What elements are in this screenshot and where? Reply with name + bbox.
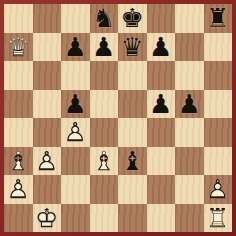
black-pawn-glyph: ♟	[90, 33, 119, 62]
square-d8[interactable]: ♞	[90, 4, 119, 33]
square-g7[interactable]	[175, 33, 204, 62]
piece-black-pawn-d7[interactable]: ♟	[90, 33, 119, 62]
piece-black-pawn-g5[interactable]: ♟	[175, 90, 204, 119]
square-a8[interactable]	[4, 4, 33, 33]
piece-black-pawn-c7[interactable]: ♟	[61, 33, 90, 62]
square-b7[interactable]	[33, 33, 62, 62]
square-g5[interactable]: ♟	[175, 90, 204, 119]
black-pawn-glyph: ♟	[175, 90, 204, 119]
square-a4[interactable]	[4, 118, 33, 147]
square-c4[interactable]: ♟♙	[61, 118, 90, 147]
square-d2[interactable]	[90, 175, 119, 204]
piece-black-pawn-c5[interactable]: ♟	[61, 90, 90, 119]
white-pawn-outline-glyph: ♙	[204, 175, 233, 204]
square-e6[interactable]	[118, 61, 147, 90]
square-b3[interactable]: ♟♙	[33, 147, 62, 176]
piece-white-pawn-c4[interactable]: ♟♙	[61, 118, 90, 147]
square-h8[interactable]: ♜	[204, 4, 233, 33]
square-b6[interactable]	[33, 61, 62, 90]
square-c3[interactable]	[61, 147, 90, 176]
square-g8[interactable]	[175, 4, 204, 33]
black-pawn-glyph: ♟	[61, 90, 90, 119]
square-a3[interactable]: ♝♗	[4, 147, 33, 176]
black-pawn-glyph: ♟	[147, 33, 176, 62]
square-g1[interactable]	[175, 204, 204, 233]
square-h6[interactable]	[204, 61, 233, 90]
square-e4[interactable]	[118, 118, 147, 147]
square-d5[interactable]	[90, 90, 119, 119]
square-d7[interactable]: ♟	[90, 33, 119, 62]
piece-black-king-e8[interactable]: ♚	[118, 4, 147, 33]
square-g2[interactable]	[175, 175, 204, 204]
square-a5[interactable]	[4, 90, 33, 119]
square-c6[interactable]	[61, 61, 90, 90]
square-d4[interactable]	[90, 118, 119, 147]
square-g4[interactable]	[175, 118, 204, 147]
square-f2[interactable]	[147, 175, 176, 204]
white-pawn-outline-glyph: ♙	[4, 175, 33, 204]
square-e2[interactable]	[118, 175, 147, 204]
black-pawn-glyph: ♟	[147, 90, 176, 119]
square-e8[interactable]: ♚	[118, 4, 147, 33]
black-bishop-glyph: ♝	[118, 147, 147, 176]
piece-black-bishop-e3[interactable]: ♝	[118, 147, 147, 176]
square-h1[interactable]: ♜♖	[204, 204, 233, 233]
piece-black-pawn-f7[interactable]: ♟	[147, 33, 176, 62]
square-f8[interactable]	[147, 4, 176, 33]
white-rook-outline-glyph: ♖	[204, 204, 233, 233]
square-b8[interactable]	[33, 4, 62, 33]
chess-board: ♞♚♜♛♕♟♟♛♟♟♟♟♟♙♝♗♟♙♝♗♝♟♙♟♙♚♔♜♖	[4, 4, 232, 232]
square-a1[interactable]	[4, 204, 33, 233]
square-f5[interactable]: ♟	[147, 90, 176, 119]
white-bishop-outline-glyph: ♗	[90, 147, 119, 176]
square-e5[interactable]	[118, 90, 147, 119]
square-h7[interactable]	[204, 33, 233, 62]
square-a6[interactable]	[4, 61, 33, 90]
white-bishop-outline-glyph: ♗	[4, 147, 33, 176]
black-rook-glyph: ♜	[204, 4, 233, 33]
piece-white-pawn-h2[interactable]: ♟♙	[204, 175, 233, 204]
square-f4[interactable]	[147, 118, 176, 147]
square-a2[interactable]: ♟♙	[4, 175, 33, 204]
square-g6[interactable]	[175, 61, 204, 90]
piece-black-rook-h8[interactable]: ♜	[204, 4, 233, 33]
square-e7[interactable]: ♛	[118, 33, 147, 62]
square-a7[interactable]: ♛♕	[4, 33, 33, 62]
piece-white-king-b1[interactable]: ♚♔	[33, 204, 62, 233]
square-e1[interactable]	[118, 204, 147, 233]
black-pawn-glyph: ♟	[61, 33, 90, 62]
black-knight-glyph: ♞	[90, 4, 119, 33]
square-h3[interactable]	[204, 147, 233, 176]
square-f1[interactable]	[147, 204, 176, 233]
white-pawn-outline-glyph: ♙	[61, 118, 90, 147]
square-h4[interactable]	[204, 118, 233, 147]
square-c2[interactable]	[61, 175, 90, 204]
square-c8[interactable]	[61, 4, 90, 33]
black-queen-glyph: ♛	[118, 33, 147, 62]
square-d6[interactable]	[90, 61, 119, 90]
square-c1[interactable]	[61, 204, 90, 233]
square-f6[interactable]	[147, 61, 176, 90]
square-b2[interactable]	[33, 175, 62, 204]
square-c7[interactable]: ♟	[61, 33, 90, 62]
square-d3[interactable]: ♝♗	[90, 147, 119, 176]
white-king-outline-glyph: ♔	[33, 204, 62, 233]
piece-white-bishop-a3[interactable]: ♝♗	[4, 147, 33, 176]
square-f3[interactable]	[147, 147, 176, 176]
piece-white-bishop-d3[interactable]: ♝♗	[90, 147, 119, 176]
piece-white-pawn-b3[interactable]: ♟♙	[33, 147, 62, 176]
white-queen-outline-glyph: ♕	[4, 33, 33, 62]
square-e3[interactable]: ♝	[118, 147, 147, 176]
square-b4[interactable]	[33, 118, 62, 147]
piece-black-pawn-f5[interactable]: ♟	[147, 90, 176, 119]
square-h2[interactable]: ♟♙	[204, 175, 233, 204]
square-b1[interactable]: ♚♔	[33, 204, 62, 233]
square-h5[interactable]	[204, 90, 233, 119]
square-c5[interactable]: ♟	[61, 90, 90, 119]
piece-black-queen-e7[interactable]: ♛	[118, 33, 147, 62]
square-d1[interactable]	[90, 204, 119, 233]
piece-white-pawn-a2[interactable]: ♟♙	[4, 175, 33, 204]
square-b5[interactable]	[33, 90, 62, 119]
white-pawn-outline-glyph: ♙	[33, 147, 62, 176]
piece-white-rook-h1[interactable]: ♜♖	[204, 204, 233, 233]
black-king-glyph: ♚	[118, 4, 147, 33]
board-frame: ♞♚♜♛♕♟♟♛♟♟♟♟♟♙♝♗♟♙♝♗♝♟♙♟♙♚♔♜♖	[0, 0, 236, 236]
square-g3[interactable]	[175, 147, 204, 176]
square-f7[interactable]: ♟	[147, 33, 176, 62]
piece-white-queen-a7[interactable]: ♛♕	[4, 33, 33, 62]
piece-black-knight-d8[interactable]: ♞	[90, 4, 119, 33]
